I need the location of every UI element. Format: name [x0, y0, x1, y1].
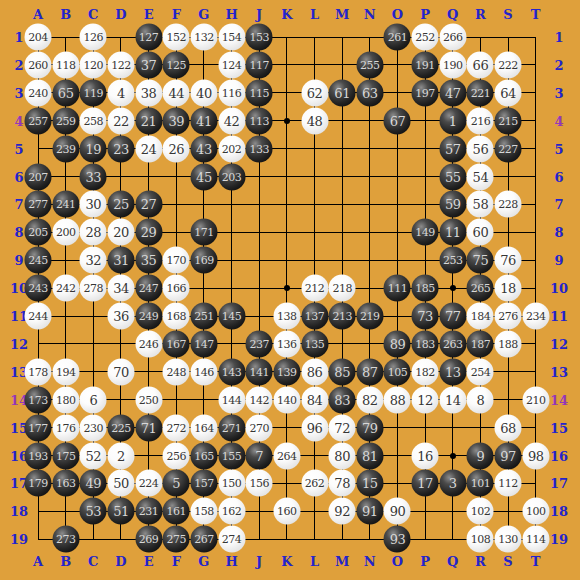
move-number: 52 [86, 448, 102, 463]
black-stone-263: 263 [439, 330, 466, 357]
move-number: 182 [415, 365, 435, 378]
white-stone-276: 276 [495, 303, 522, 330]
white-stone-32: 32 [80, 247, 107, 274]
move-number: 125 [167, 58, 187, 71]
hoshi-point [284, 285, 290, 291]
move-number: 216 [471, 114, 491, 127]
white-stone-120: 120 [80, 51, 107, 78]
black-stone-25: 25 [107, 191, 134, 218]
move-number: 242 [56, 282, 76, 295]
move-number: 260 [28, 58, 48, 71]
move-number: 119 [84, 86, 104, 99]
black-stone-267: 267 [190, 526, 217, 553]
move-number: 15 [362, 476, 378, 491]
black-stone-185: 185 [412, 275, 439, 302]
black-stone-5: 5 [163, 470, 190, 497]
move-number: 38 [141, 85, 157, 100]
move-number: 23 [113, 141, 129, 156]
col-label-top: R [475, 8, 486, 21]
black-stone-257: 257 [25, 107, 52, 134]
row-label-left: 6 [14, 170, 23, 183]
move-number: 212 [305, 282, 325, 295]
white-stone-126: 126 [80, 24, 107, 51]
move-number: 147 [194, 337, 214, 350]
white-stone-68: 68 [495, 414, 522, 441]
black-stone-7: 7 [246, 442, 273, 469]
move-number: 7 [255, 448, 263, 463]
move-number: 263 [443, 337, 463, 350]
move-number: 72 [334, 420, 350, 435]
col-label-bottom: M [335, 555, 349, 568]
move-number: 278 [84, 282, 104, 295]
move-number: 51 [113, 504, 129, 519]
white-stone-48: 48 [301, 107, 328, 134]
move-number: 264 [277, 449, 297, 462]
black-stone-139: 139 [273, 358, 300, 385]
col-label-bottom: J [256, 555, 262, 568]
move-number: 262 [305, 477, 325, 490]
white-stone-90: 90 [384, 498, 411, 525]
move-number: 22 [113, 113, 129, 128]
move-number: 173 [28, 393, 48, 406]
row-label-left: 1 [14, 31, 23, 44]
move-number: 3 [449, 476, 457, 491]
white-stone-190: 190 [439, 51, 466, 78]
white-stone-16: 16 [412, 442, 439, 469]
white-stone-58: 58 [467, 191, 494, 218]
move-number: 155 [222, 449, 242, 462]
white-stone-278: 278 [80, 275, 107, 302]
move-number: 191 [415, 58, 435, 71]
move-number: 39 [168, 113, 184, 128]
black-stone-31: 31 [107, 247, 134, 274]
move-number: 146 [194, 365, 214, 378]
move-number: 267 [194, 533, 214, 546]
black-stone-85: 85 [329, 358, 356, 385]
col-label-top: F [172, 8, 181, 21]
move-number: 4 [117, 85, 125, 100]
move-number: 228 [498, 198, 518, 211]
move-number: 56 [473, 141, 489, 156]
move-number: 93 [390, 532, 406, 547]
move-number: 87 [362, 364, 378, 379]
move-number: 42 [224, 113, 240, 128]
black-stone-87: 87 [356, 358, 383, 385]
move-number: 179 [28, 477, 48, 490]
move-number: 177 [28, 421, 48, 434]
row-label-right: 14 [550, 393, 568, 406]
col-label-bottom: T [531, 555, 541, 568]
move-number: 166 [167, 282, 187, 295]
move-number: 231 [139, 505, 159, 518]
white-stone-164: 164 [190, 414, 217, 441]
move-number: 187 [471, 337, 491, 350]
row-label-left: 7 [14, 198, 23, 211]
white-stone-56: 56 [467, 135, 494, 162]
move-number: 41 [196, 113, 212, 128]
row-label-right: 1 [554, 31, 563, 44]
white-stone-256: 256 [163, 442, 190, 469]
black-stone-9: 9 [467, 442, 494, 469]
black-stone-55: 55 [439, 163, 466, 190]
black-stone-213: 213 [329, 303, 356, 330]
move-number: 44 [168, 85, 184, 100]
move-number: 98 [528, 448, 544, 463]
black-stone-243: 243 [25, 275, 52, 302]
move-number: 45 [196, 169, 212, 184]
black-stone-137: 137 [301, 303, 328, 330]
white-stone-242: 242 [52, 275, 79, 302]
move-number: 237 [249, 337, 269, 350]
col-label-bottom: E [144, 555, 154, 568]
move-number: 251 [194, 310, 214, 323]
move-number: 244 [28, 310, 48, 323]
move-number: 127 [139, 31, 159, 44]
black-stone-271: 271 [218, 414, 245, 441]
row-label-right: 7 [554, 198, 563, 211]
move-number: 9 [477, 448, 485, 463]
move-number: 227 [498, 142, 518, 155]
black-stone-83: 83 [329, 386, 356, 413]
col-label-bottom: C [88, 555, 98, 568]
white-stone-112: 112 [495, 470, 522, 497]
move-number: 160 [277, 505, 297, 518]
move-number: 29 [141, 225, 157, 240]
move-number: 240 [28, 86, 48, 99]
move-number: 85 [334, 364, 350, 379]
white-stone-168: 168 [163, 303, 190, 330]
col-label-bottom: R [475, 555, 486, 568]
white-stone-224: 224 [135, 470, 162, 497]
row-label-left: 18 [10, 505, 28, 518]
black-stone-177: 177 [25, 414, 52, 441]
col-label-top: D [115, 8, 126, 21]
move-number: 12 [417, 392, 433, 407]
move-number: 19 [86, 141, 102, 156]
row-label-left: 12 [10, 337, 28, 350]
move-number: 17 [417, 476, 433, 491]
black-stone-19: 19 [80, 135, 107, 162]
move-number: 67 [390, 113, 406, 128]
white-stone-24: 24 [135, 135, 162, 162]
black-stone-207: 207 [25, 163, 52, 190]
white-stone-184: 184 [467, 303, 494, 330]
white-stone-160: 160 [273, 498, 300, 525]
move-number: 61 [334, 85, 350, 100]
white-stone-170: 170 [163, 247, 190, 274]
col-label-bottom: K [281, 555, 292, 568]
white-stone-138: 138 [273, 303, 300, 330]
white-stone-202: 202 [218, 135, 245, 162]
col-label-bottom: G [198, 555, 209, 568]
col-label-top: P [420, 8, 430, 21]
black-stone-63: 63 [356, 79, 383, 106]
white-stone-234: 234 [522, 303, 549, 330]
black-stone-113: 113 [246, 107, 273, 134]
move-number: 275 [167, 533, 187, 546]
move-number: 65 [58, 85, 74, 100]
white-stone-210: 210 [522, 386, 549, 413]
white-stone-36: 36 [107, 303, 134, 330]
move-number: 49 [86, 476, 102, 491]
black-stone-277: 277 [25, 191, 52, 218]
move-number: 79 [362, 420, 378, 435]
black-stone-261: 261 [384, 24, 411, 51]
move-number: 224 [139, 477, 159, 490]
black-stone-149: 149 [412, 219, 439, 246]
move-number: 124 [222, 58, 242, 71]
move-number: 75 [473, 253, 489, 268]
move-number: 180 [56, 393, 76, 406]
black-stone-157: 157 [190, 470, 217, 497]
white-stone-64: 64 [495, 79, 522, 106]
move-number: 245 [28, 254, 48, 267]
move-number: 193 [28, 449, 48, 462]
black-stone-29: 29 [135, 219, 162, 246]
row-label-right: 9 [554, 254, 563, 267]
black-stone-247: 247 [135, 275, 162, 302]
white-stone-154: 154 [218, 24, 245, 51]
white-stone-122: 122 [107, 51, 134, 78]
move-number: 18 [500, 281, 516, 296]
black-stone-79: 79 [356, 414, 383, 441]
col-label-top: O [392, 8, 403, 21]
white-stone-176: 176 [52, 414, 79, 441]
col-label-top: B [60, 8, 71, 21]
black-stone-273: 273 [52, 526, 79, 553]
black-stone-57: 57 [439, 135, 466, 162]
white-stone-30: 30 [80, 191, 107, 218]
move-number: 167 [167, 337, 187, 350]
black-stone-231: 231 [135, 498, 162, 525]
move-number: 203 [222, 170, 242, 183]
white-stone-34: 34 [107, 275, 134, 302]
white-stone-246: 246 [135, 330, 162, 357]
black-stone-241: 241 [52, 191, 79, 218]
move-number: 141 [249, 365, 269, 378]
move-number: 157 [194, 477, 214, 490]
white-stone-54: 54 [467, 163, 494, 190]
black-stone-17: 17 [412, 470, 439, 497]
move-number: 158 [194, 505, 214, 518]
col-label-top: C [88, 8, 98, 21]
move-number: 16 [417, 448, 433, 463]
black-stone-193: 193 [25, 442, 52, 469]
move-number: 57 [445, 141, 461, 156]
move-number: 176 [56, 421, 76, 434]
row-label-right: 8 [554, 226, 563, 239]
move-number: 200 [56, 226, 76, 239]
row-label-left: 3 [14, 86, 23, 99]
move-number: 32 [86, 253, 102, 268]
black-stone-219: 219 [356, 303, 383, 330]
move-number: 210 [526, 393, 546, 406]
move-number: 63 [362, 85, 378, 100]
move-number: 190 [443, 58, 463, 71]
black-stone-75: 75 [467, 247, 494, 274]
black-stone-51: 51 [107, 498, 134, 525]
black-stone-11: 11 [439, 219, 466, 246]
white-stone-252: 252 [412, 24, 439, 51]
move-number: 112 [498, 477, 518, 490]
col-label-bottom: S [503, 555, 512, 568]
white-stone-14: 14 [439, 386, 466, 413]
black-stone-163: 163 [52, 470, 79, 497]
move-number: 50 [113, 476, 129, 491]
white-stone-240: 240 [25, 79, 52, 106]
move-number: 77 [445, 309, 461, 324]
move-number: 33 [86, 169, 102, 184]
row-label-right: 10 [550, 282, 568, 295]
white-stone-76: 76 [495, 247, 522, 274]
white-stone-216: 216 [467, 107, 494, 134]
white-stone-88: 88 [384, 386, 411, 413]
black-stone-237: 237 [246, 330, 273, 357]
move-number: 256 [167, 449, 187, 462]
move-number: 197 [415, 86, 435, 99]
move-number: 31 [113, 253, 129, 268]
white-stone-52: 52 [80, 442, 107, 469]
white-stone-20: 20 [107, 219, 134, 246]
white-stone-44: 44 [163, 79, 190, 106]
move-number: 40 [196, 85, 212, 100]
move-number: 36 [113, 309, 129, 324]
move-number: 132 [194, 31, 214, 44]
move-number: 96 [307, 420, 323, 435]
black-stone-119: 119 [80, 79, 107, 106]
white-stone-144: 144 [218, 386, 245, 413]
white-stone-254: 254 [467, 358, 494, 385]
white-stone-8: 8 [467, 386, 494, 413]
move-number: 89 [390, 336, 406, 351]
black-stone-143: 143 [218, 358, 245, 385]
move-number: 207 [28, 170, 48, 183]
move-number: 66 [473, 57, 489, 72]
white-stone-260: 260 [25, 51, 52, 78]
white-stone-118: 118 [52, 51, 79, 78]
white-stone-244: 244 [25, 303, 52, 330]
move-number: 120 [84, 58, 104, 71]
move-number: 82 [362, 392, 378, 407]
white-stone-50: 50 [107, 470, 134, 497]
move-number: 6 [89, 392, 97, 407]
black-stone-167: 167 [163, 330, 190, 357]
move-number: 254 [471, 365, 491, 378]
move-number: 91 [362, 504, 378, 519]
move-number: 136 [277, 337, 297, 350]
move-number: 258 [84, 114, 104, 127]
white-stone-70: 70 [107, 358, 134, 385]
white-stone-156: 156 [246, 470, 273, 497]
move-number: 163 [56, 477, 76, 490]
black-stone-67: 67 [384, 107, 411, 134]
black-stone-3: 3 [439, 470, 466, 497]
white-stone-28: 28 [80, 219, 107, 246]
white-stone-92: 92 [329, 498, 356, 525]
black-stone-73: 73 [412, 303, 439, 330]
white-stone-258: 258 [80, 107, 107, 134]
black-stone-215: 215 [495, 107, 522, 134]
move-number: 156 [249, 477, 269, 490]
black-stone-125: 125 [163, 51, 190, 78]
row-label-right: 17 [550, 477, 568, 490]
move-number: 81 [362, 448, 378, 463]
move-number: 62 [307, 85, 323, 100]
row-label-right: 6 [554, 170, 563, 183]
row-label-left: 19 [10, 533, 28, 546]
move-number: 97 [500, 448, 516, 463]
move-number: 259 [56, 114, 76, 127]
row-label-left: 8 [14, 226, 23, 239]
move-number: 276 [498, 310, 518, 323]
white-stone-150: 150 [218, 470, 245, 497]
black-stone-245: 245 [25, 247, 52, 274]
hoshi-point [450, 285, 456, 291]
move-number: 249 [139, 310, 159, 323]
white-stone-228: 228 [495, 191, 522, 218]
move-number: 269 [139, 533, 159, 546]
white-stone-66: 66 [467, 51, 494, 78]
move-number: 13 [445, 364, 461, 379]
col-label-bottom: H [225, 555, 237, 568]
white-stone-272: 272 [163, 414, 190, 441]
black-stone-81: 81 [356, 442, 383, 469]
white-stone-80: 80 [329, 442, 356, 469]
black-stone-117: 117 [246, 51, 273, 78]
move-number: 250 [139, 393, 159, 406]
black-stone-15: 15 [356, 470, 383, 497]
black-stone-133: 133 [246, 135, 273, 162]
move-number: 265 [471, 282, 491, 295]
black-stone-89: 89 [384, 330, 411, 357]
move-number: 90 [390, 504, 406, 519]
move-number: 274 [222, 533, 242, 546]
move-number: 43 [196, 141, 212, 156]
white-stone-146: 146 [190, 358, 217, 385]
move-number: 108 [471, 533, 491, 546]
move-number: 175 [56, 449, 76, 462]
move-number: 138 [277, 310, 297, 323]
black-stone-37: 37 [135, 51, 162, 78]
move-number: 100 [526, 505, 546, 518]
black-stone-27: 27 [135, 191, 162, 218]
move-number: 83 [334, 392, 350, 407]
move-number: 126 [84, 31, 104, 44]
move-number: 1 [449, 113, 457, 128]
black-stone-93: 93 [384, 526, 411, 553]
move-number: 116 [222, 86, 242, 99]
row-label-right: 5 [554, 142, 563, 155]
white-stone-40: 40 [190, 79, 217, 106]
move-number: 64 [500, 85, 516, 100]
black-stone-43: 43 [190, 135, 217, 162]
move-number: 60 [473, 225, 489, 240]
white-stone-124: 124 [218, 51, 245, 78]
move-number: 59 [445, 197, 461, 212]
black-stone-35: 35 [135, 247, 162, 274]
move-number: 139 [277, 365, 297, 378]
white-stone-264: 264 [273, 442, 300, 469]
white-stone-130: 130 [495, 526, 522, 553]
col-label-top: G [198, 8, 209, 21]
black-stone-71: 71 [135, 414, 162, 441]
move-number: 118 [56, 58, 76, 71]
white-stone-158: 158 [190, 498, 217, 525]
white-stone-188: 188 [495, 330, 522, 357]
white-stone-98: 98 [522, 442, 549, 469]
move-number: 170 [167, 254, 187, 267]
black-stone-91: 91 [356, 498, 383, 525]
